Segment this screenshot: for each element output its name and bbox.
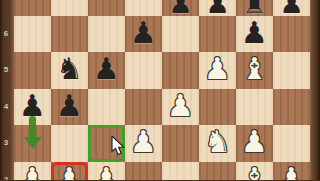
piece-white-bishop-g5[interactable]: ♝: [241, 54, 268, 84]
mouse-cursor-icon: [111, 136, 125, 161]
square-b3[interactable]: [51, 125, 88, 162]
square-f6[interactable]: [199, 16, 236, 53]
piece-white-knight-f3[interactable]: ♞: [204, 127, 231, 157]
piece-black-pawn-f7[interactable]: ♟: [205, 0, 229, 17]
square-d7[interactable]: [125, 0, 162, 16]
square-d3[interactable]: ♟: [125, 125, 162, 162]
square-g7[interactable]: ♜: [236, 0, 273, 16]
piece-white-pawn-a2[interactable]: ♟: [19, 164, 46, 180]
rank-label-3: 3: [0, 138, 12, 148]
piece-white-pawn-g3[interactable]: ♟: [241, 127, 268, 157]
rank-label-6: 6: [0, 29, 12, 39]
square-h2[interactable]: ♟: [273, 162, 310, 181]
piece-black-knight-b5[interactable]: ♞: [56, 54, 83, 84]
square-e3[interactable]: [162, 125, 199, 162]
square-h3[interactable]: [273, 125, 310, 162]
square-c2[interactable]: ♟: [88, 162, 125, 181]
square-g2[interactable]: ♝: [236, 162, 273, 181]
square-e7[interactable]: ♟: [162, 0, 199, 16]
chess-board: ♟♟♜♟♟♟♞♟♟♝♟♟♟♟♞♟♟♟♟♝♟: [14, 0, 310, 180]
square-b5[interactable]: ♞: [51, 52, 88, 89]
rank-label-7: 7: [0, 0, 12, 2]
piece-white-pawn-f5[interactable]: ♟: [204, 54, 231, 84]
square-g6[interactable]: ♟: [236, 16, 273, 53]
square-g4[interactable]: [236, 89, 273, 126]
piece-white-pawn-d3[interactable]: ♟: [130, 127, 157, 157]
square-h7[interactable]: ♟: [273, 0, 310, 16]
piece-black-pawn-e7[interactable]: ♟: [168, 0, 192, 17]
piece-black-pawn-d6[interactable]: ♟: [130, 18, 157, 48]
square-d2[interactable]: [125, 162, 162, 181]
square-e2[interactable]: [162, 162, 199, 181]
board-frame-left: 765432: [0, 0, 14, 180]
square-e5[interactable]: [162, 52, 199, 89]
square-g3[interactable]: ♟: [236, 125, 273, 162]
piece-white-pawn-e4[interactable]: ♟: [167, 91, 194, 121]
square-b4[interactable]: ♟: [51, 89, 88, 126]
rank-label-2: 2: [0, 175, 12, 180]
piece-white-pawn-c2[interactable]: ♟: [93, 164, 120, 180]
square-c5[interactable]: ♟: [88, 52, 125, 89]
square-d5[interactable]: [125, 52, 162, 89]
square-a5[interactable]: [14, 52, 51, 89]
square-f5[interactable]: ♟: [199, 52, 236, 89]
square-f7[interactable]: ♟: [199, 0, 236, 16]
highlight-square-b2-red: [51, 162, 88, 181]
square-e6[interactable]: [162, 16, 199, 53]
square-g5[interactable]: ♝: [236, 52, 273, 89]
square-b7[interactable]: [51, 0, 88, 16]
square-f3[interactable]: ♞: [199, 125, 236, 162]
piece-black-pawn-h7[interactable]: ♟: [279, 0, 303, 17]
square-c6[interactable]: [88, 16, 125, 53]
square-b6[interactable]: [51, 16, 88, 53]
rank-label-4: 4: [0, 102, 12, 112]
chess-board-screenshot: ♟♟♜♟♟♟♞♟♟♝♟♟♟♟♞♟♟♟♟♝♟ 765432: [0, 0, 320, 180]
square-a7[interactable]: [14, 0, 51, 16]
square-h5[interactable]: [273, 52, 310, 89]
piece-black-pawn-c5[interactable]: ♟: [93, 54, 120, 84]
square-h4[interactable]: [273, 89, 310, 126]
square-d4[interactable]: [125, 89, 162, 126]
arrow-head-icon: [24, 137, 42, 149]
square-f2[interactable]: [199, 162, 236, 181]
piece-white-bishop-g2[interactable]: ♝: [241, 164, 268, 180]
square-d6[interactable]: ♟: [125, 16, 162, 53]
square-h6[interactable]: [273, 16, 310, 53]
piece-black-pawn-g6[interactable]: ♟: [241, 18, 268, 48]
square-f4[interactable]: [199, 89, 236, 126]
rank-label-5: 5: [0, 65, 12, 75]
square-a6[interactable]: [14, 16, 51, 53]
square-e4[interactable]: ♟: [162, 89, 199, 126]
piece-black-pawn-b4[interactable]: ♟: [56, 91, 83, 121]
piece-white-pawn-h2[interactable]: ♟: [278, 164, 305, 180]
arrow-stem: [29, 116, 36, 138]
square-c4[interactable]: [88, 89, 125, 126]
square-c7[interactable]: [88, 0, 125, 16]
square-a2[interactable]: ♟: [14, 162, 51, 181]
board-frame-right: [310, 0, 320, 180]
